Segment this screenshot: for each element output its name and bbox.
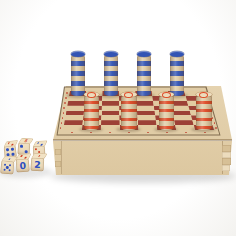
die-pip [8, 169, 11, 172]
product-photo-scene: 502 [0, 0, 236, 236]
dice-cluster: 502 [0, 0, 236, 236]
die-pip [9, 164, 12, 167]
die-pip [38, 155, 41, 157]
die-pip [11, 153, 14, 156]
die-pip [8, 158, 11, 160]
die-5: 0 [15, 154, 29, 173]
die-pip [25, 150, 28, 153]
die-front-face [0, 160, 14, 174]
die-number: 2 [31, 158, 45, 172]
die-pip [35, 148, 38, 151]
die-pip [3, 168, 6, 171]
die-number: 0 [16, 159, 30, 173]
die-front-face: 2 [31, 158, 45, 172]
die-6: 2 [31, 153, 45, 172]
die-pip [20, 155, 23, 157]
die-front-face: 0 [16, 159, 30, 173]
die-pip [11, 148, 14, 151]
die-4 [0, 155, 15, 175]
die-pip [20, 145, 23, 148]
die-pip [6, 148, 9, 151]
die-pip [8, 142, 11, 144]
die-pip [37, 142, 40, 144]
